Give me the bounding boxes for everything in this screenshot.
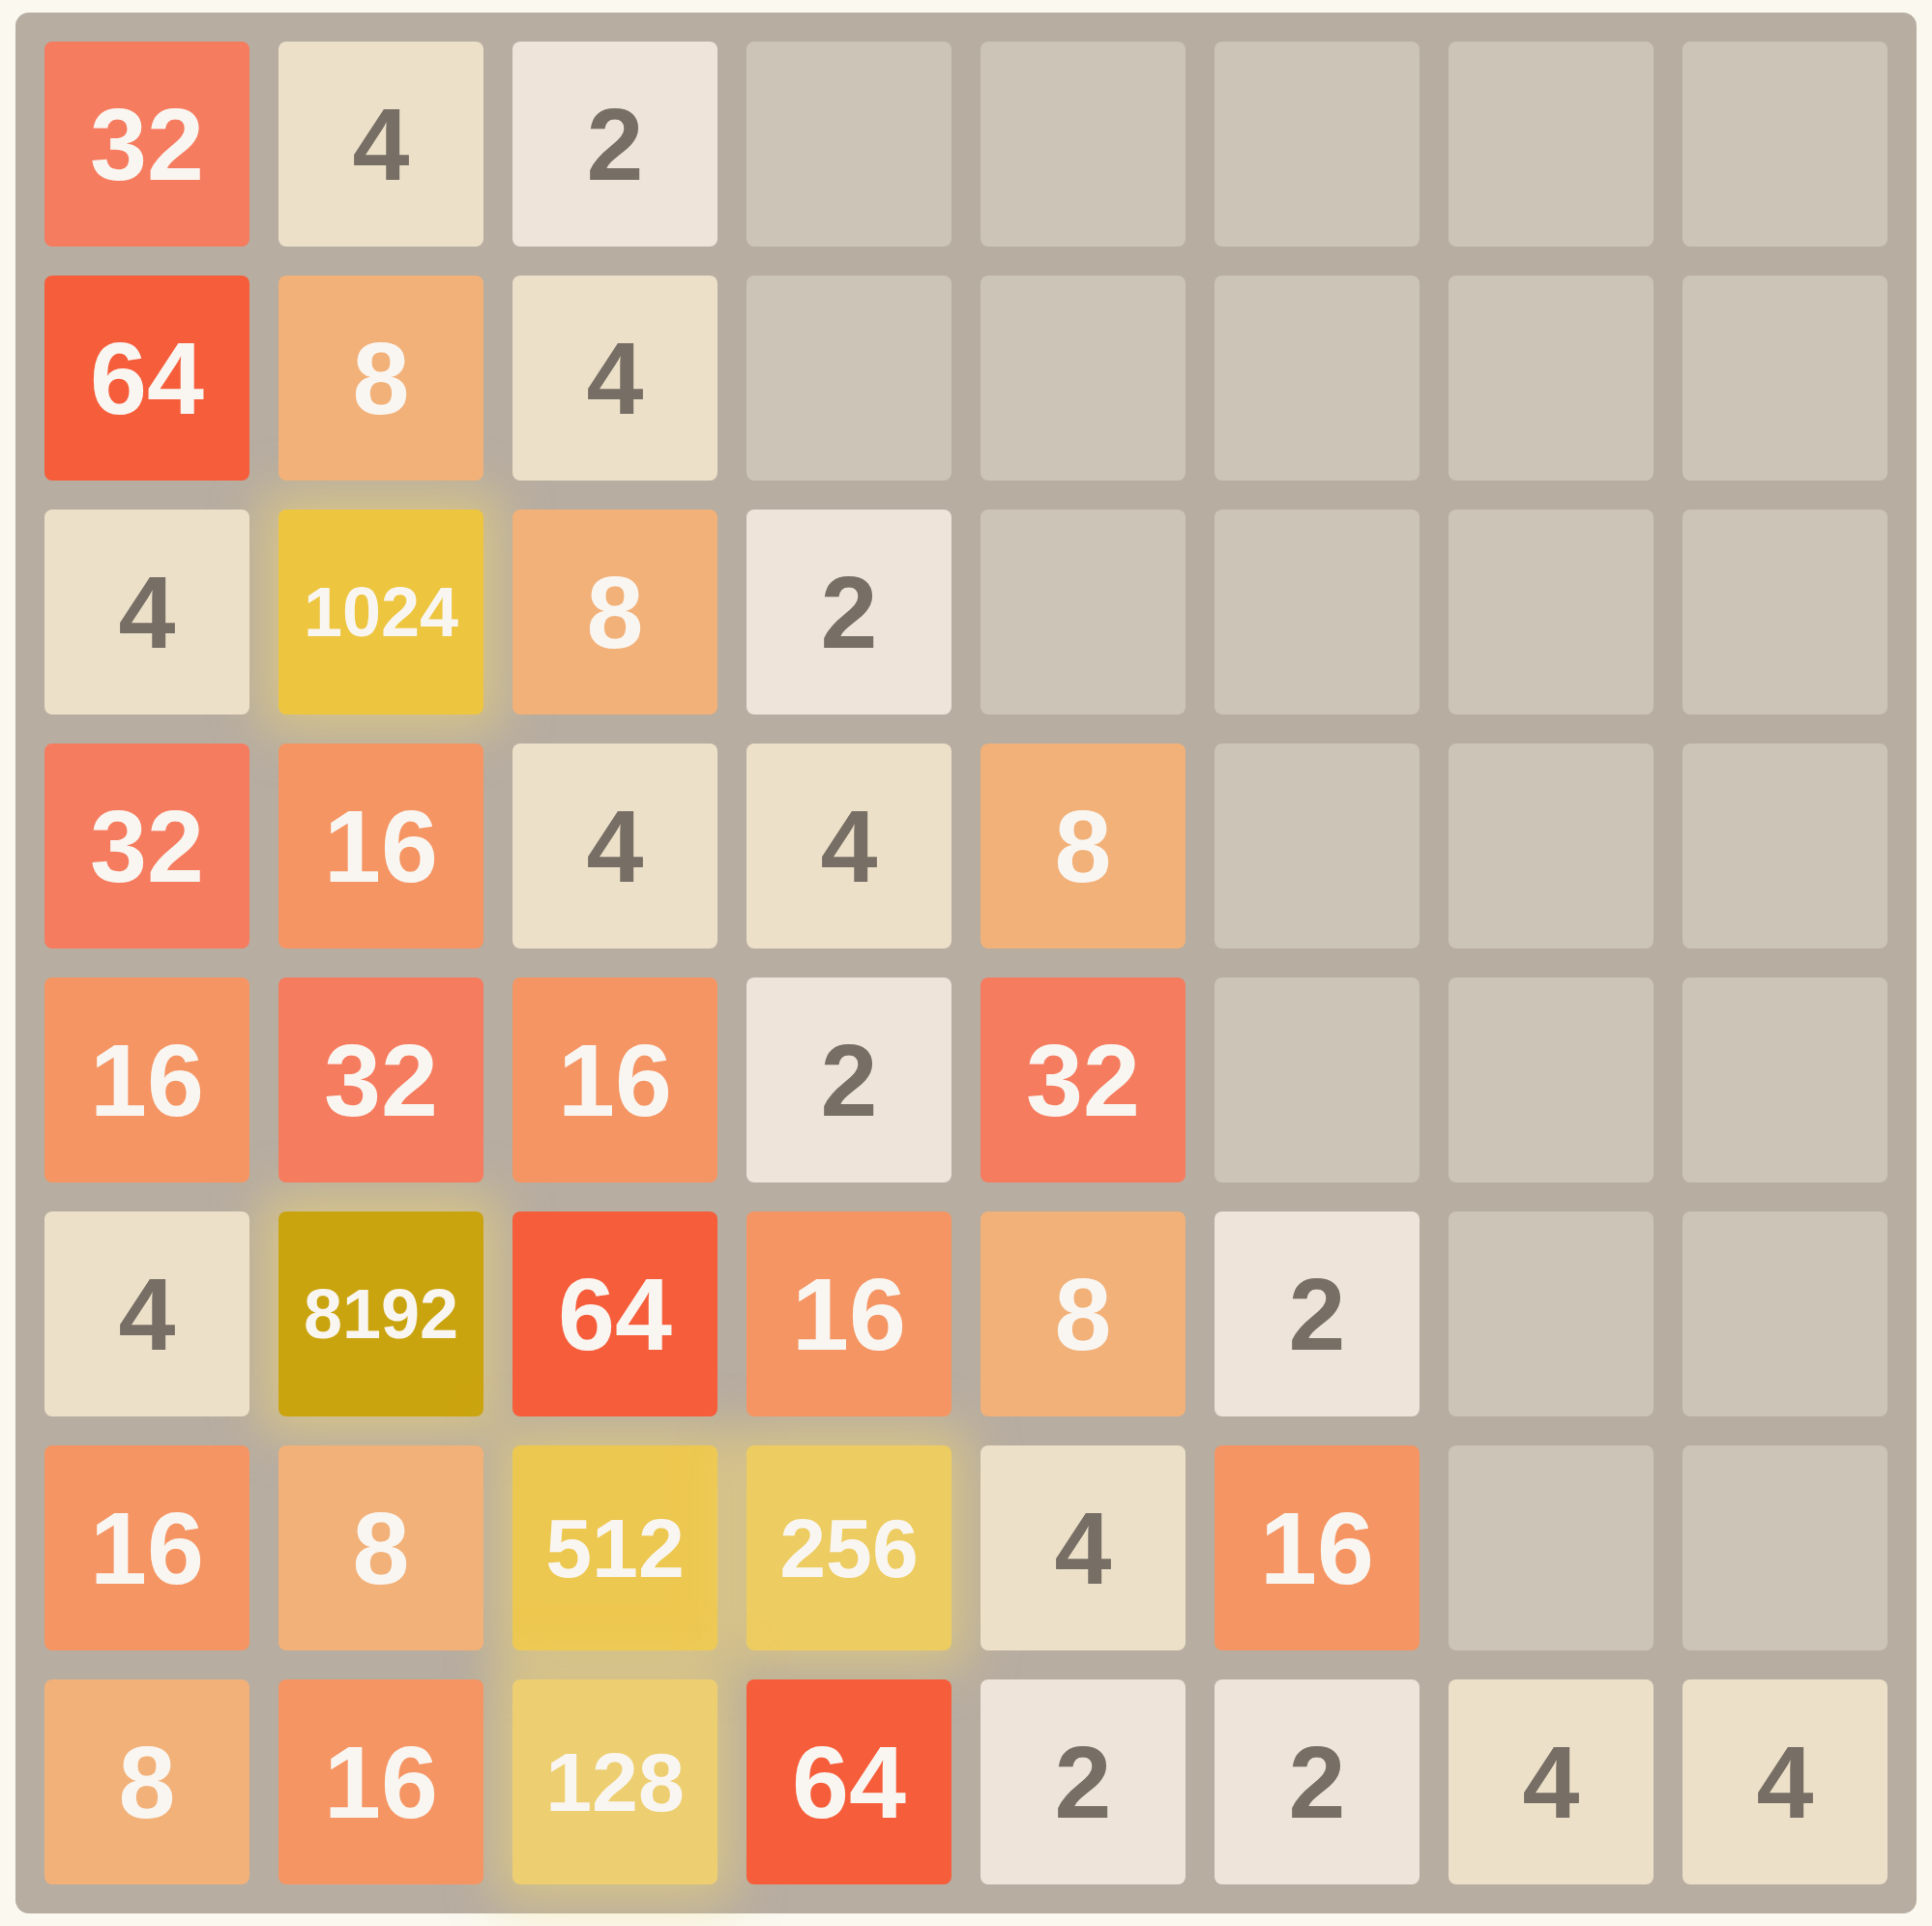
empty-cell-r2c6 bbox=[1215, 276, 1420, 481]
tile-16-r5c1: 16 bbox=[44, 978, 249, 1182]
tile-64-r2c1: 64 bbox=[44, 276, 249, 481]
tile-2-r8c5: 2 bbox=[981, 1679, 1186, 1884]
empty-cell-r4c6 bbox=[1215, 744, 1420, 948]
empty-cell-r7c8 bbox=[1683, 1445, 1888, 1650]
tile-4-r4c3: 4 bbox=[512, 744, 717, 948]
tile-64-r6c3: 64 bbox=[512, 1211, 717, 1416]
tile-16-r4c2: 16 bbox=[278, 744, 483, 948]
empty-cell-r2c8 bbox=[1683, 276, 1888, 481]
empty-cell-r2c7 bbox=[1449, 276, 1654, 481]
tile-8192-r6c2: 8192 bbox=[278, 1211, 483, 1416]
empty-cell-r7c7 bbox=[1449, 1445, 1654, 1650]
tile-64-r8c4: 64 bbox=[746, 1679, 951, 1884]
empty-cell-r3c8 bbox=[1683, 510, 1888, 715]
tile-32-r4c1: 32 bbox=[44, 744, 249, 948]
tile-1024-r3c2: 1024 bbox=[278, 510, 483, 715]
tile-4-r8c7: 4 bbox=[1449, 1679, 1654, 1884]
empty-cell-r3c7 bbox=[1449, 510, 1654, 715]
tile-128-r8c3: 128 bbox=[512, 1679, 717, 1884]
tile-4-r2c3: 4 bbox=[512, 276, 717, 481]
empty-cell-r5c6 bbox=[1215, 978, 1420, 1182]
page: { "game": "2048", "title": "2048 game bo… bbox=[0, 0, 1932, 1926]
tile-8-r7c2: 8 bbox=[278, 1445, 483, 1650]
tile-2-r6c6: 2 bbox=[1215, 1211, 1420, 1416]
tile-8-r4c5: 8 bbox=[981, 744, 1186, 948]
tile-2-r3c4: 2 bbox=[746, 510, 951, 715]
tile-8-r8c1: 8 bbox=[44, 1679, 249, 1884]
empty-cell-r3c6 bbox=[1215, 510, 1420, 715]
empty-cell-r6c7 bbox=[1449, 1211, 1654, 1416]
tile-8-r2c2: 8 bbox=[278, 276, 483, 481]
tile-4-r6c1: 4 bbox=[44, 1211, 249, 1416]
tile-2-r8c6: 2 bbox=[1215, 1679, 1420, 1884]
tile-2-r1c3: 2 bbox=[512, 42, 717, 247]
board-2048[interactable]: 3242648441024823216448163216232481926416… bbox=[15, 13, 1917, 1913]
empty-cell-r1c5 bbox=[981, 42, 1186, 247]
empty-cell-r1c8 bbox=[1683, 42, 1888, 247]
tile-32-r1c1: 32 bbox=[44, 42, 249, 247]
tile-16-r5c3: 16 bbox=[512, 978, 717, 1182]
tile-32-r5c5: 32 bbox=[981, 978, 1186, 1182]
empty-cell-r5c8 bbox=[1683, 978, 1888, 1182]
tile-4-r7c5: 4 bbox=[981, 1445, 1186, 1650]
tile-16-r8c2: 16 bbox=[278, 1679, 483, 1884]
tile-4-r4c4: 4 bbox=[746, 744, 951, 948]
tile-8-r6c5: 8 bbox=[981, 1211, 1186, 1416]
tile-8-r3c3: 8 bbox=[512, 510, 717, 715]
tile-16-r7c6: 16 bbox=[1215, 1445, 1420, 1650]
tile-4-r3c1: 4 bbox=[44, 510, 249, 715]
empty-cell-r5c7 bbox=[1449, 978, 1654, 1182]
empty-cell-r3c5 bbox=[981, 510, 1186, 715]
empty-cell-r2c5 bbox=[981, 276, 1186, 481]
tile-4-r8c8: 4 bbox=[1683, 1679, 1888, 1884]
empty-cell-r1c7 bbox=[1449, 42, 1654, 247]
tile-512-r7c3: 512 bbox=[512, 1445, 717, 1650]
empty-cell-r4c8 bbox=[1683, 744, 1888, 948]
tile-16-r6c4: 16 bbox=[746, 1211, 951, 1416]
tile-256-r7c4: 256 bbox=[746, 1445, 951, 1650]
tile-16-r7c1: 16 bbox=[44, 1445, 249, 1650]
empty-cell-r6c8 bbox=[1683, 1211, 1888, 1416]
empty-cell-r1c6 bbox=[1215, 42, 1420, 247]
empty-cell-r1c4 bbox=[746, 42, 951, 247]
tile-4-r1c2: 4 bbox=[278, 42, 483, 247]
empty-cell-r4c7 bbox=[1449, 744, 1654, 948]
tile-2-r5c4: 2 bbox=[746, 978, 951, 1182]
tile-32-r5c2: 32 bbox=[278, 978, 483, 1182]
empty-cell-r2c4 bbox=[746, 276, 951, 481]
